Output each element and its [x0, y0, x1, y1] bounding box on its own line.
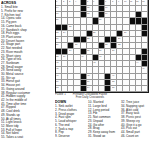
clue-number: 52: [112, 80, 114, 82]
crossword-grid: 1234567891011121314151617181920212223242…: [55, 0, 149, 93]
credit-left: Puzzle 1: [55, 92, 66, 99]
clue-number: 15: [87, 6, 89, 8]
clue-number: 14: [56, 6, 58, 8]
clue-number: 50: [56, 80, 58, 82]
clue-number: 23: [56, 31, 58, 33]
clue-number: 35: [87, 49, 89, 51]
clue-number: 18: [87, 12, 89, 14]
clue-number: 38: [56, 55, 58, 57]
clue-number: 29: [118, 37, 120, 39]
clue-number: 49: [112, 74, 114, 76]
clue-number: 41: [99, 55, 101, 57]
clue-number: 17: [56, 12, 58, 14]
clue-number: 45: [56, 67, 58, 69]
clue-number: 34: [69, 49, 71, 51]
clue-number: 33: [118, 43, 120, 45]
clue-number: 26: [124, 31, 126, 33]
credit-center-line2: Free Daily Crosswords: [73, 95, 107, 98]
clue-number: 47: [56, 74, 58, 76]
clue-number: 11: [130, 0, 132, 2]
clue-number: 39: [63, 55, 65, 57]
clue-number: 7: [105, 0, 106, 2]
clue-number: 6: [93, 0, 94, 2]
down-clues-column-2: 10. Slanted11. Large bird12. Long period…: [88, 100, 118, 137]
clue-number: 55: [112, 86, 114, 88]
clue-number: 43: [93, 61, 95, 63]
clue-number: 19: [105, 12, 107, 14]
clue-number: 46: [142, 67, 144, 69]
clue-number: 37: [112, 49, 114, 51]
clue-number: 13: [142, 0, 144, 2]
clue-number: 36: [99, 49, 101, 51]
clue-item: 46. Count on: [121, 133, 150, 137]
clue-number: 30: [56, 43, 58, 45]
clue-number: 10: [124, 0, 126, 2]
clue-item: 9. Deserve: [55, 134, 85, 138]
clue-number: 42: [56, 61, 58, 63]
clue-number: 53: [56, 86, 58, 88]
clue-number: 4: [75, 0, 76, 2]
down-clues-area: DOWN 1. Sink outlet2. Press clothes3. Dr…: [55, 100, 150, 150]
clue-number: 31: [75, 43, 77, 45]
clue-item: 55. Takes a seat: [1, 135, 54, 139]
credit-center: Printable Crossword Puzzle Free Daily Cr…: [73, 92, 107, 99]
down-clues-column-3: 32. Tree juice34. Napping spot36. A bit …: [121, 100, 150, 137]
clue-number: 8: [112, 0, 113, 2]
clue-number: 22: [69, 25, 71, 27]
clue-item: 31. Stood up: [88, 133, 118, 137]
clue-number: 3: [69, 0, 70, 2]
clue-number: 28: [87, 37, 89, 39]
clue-number: 51: [87, 80, 89, 82]
clue-number: 9: [118, 0, 119, 2]
down-clues-column-1: DOWN 1. Sink outlet2. Press clothes3. Dr…: [55, 100, 85, 137]
clue-number: 20: [56, 18, 58, 20]
clue-number: 44: [136, 61, 138, 63]
clue-number: 48: [87, 74, 89, 76]
clue-number: 25: [93, 31, 95, 33]
across-clues-column: ACROSS 1. Small bite5. Prefix for new7. …: [1, 1, 54, 150]
clue-number: 1: [56, 0, 57, 2]
credit-line: Puzzle 1 Printable Crossword Puzzle Free…: [55, 92, 149, 100]
across-clues-list: 1. Small bite5. Prefix for new7. Kitchen…: [1, 5, 54, 139]
clue-number: 32: [105, 43, 107, 45]
clue-number: 12: [136, 0, 138, 2]
clue-number: 40: [81, 55, 83, 57]
clue-number: 24: [63, 31, 65, 33]
clue-number: 21: [99, 18, 101, 20]
crossword-page: ACROSS 1. Small bite5. Prefix for new7. …: [0, 0, 150, 150]
clue-number: 5: [87, 0, 88, 2]
clue-number: 16: [105, 6, 107, 8]
clue-number: 2: [63, 0, 64, 2]
clue-number: 54: [87, 86, 89, 88]
clue-number: 27: [56, 37, 58, 39]
